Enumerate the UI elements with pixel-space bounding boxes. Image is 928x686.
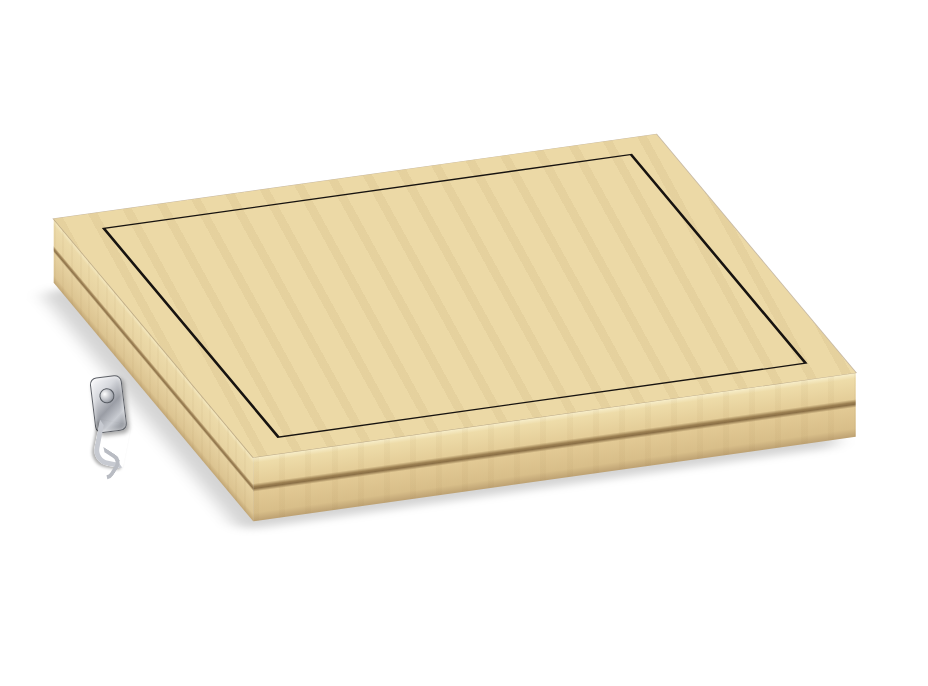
metal-clasp (73, 370, 149, 479)
product-photo-stage (0, 0, 928, 686)
pieces-layer (0, 0, 928, 686)
